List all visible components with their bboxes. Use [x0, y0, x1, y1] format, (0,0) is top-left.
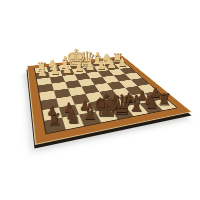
product-photo-stage: ♜♞♝♛♚♝♞♜♟♟♟♟♟♟♟♟♟♟♟♟♟♟♟♟♜♞♝♛♚♝♞♜	[0, 0, 200, 200]
piece-white-pawn-d2[interactable]: ♟	[84, 62, 97, 73]
piece-white-pawn-g2[interactable]: ♟	[49, 66, 62, 77]
piece-white-pawn-f2[interactable]: ♟	[61, 65, 74, 76]
piece-brown-knight-g8[interactable]: ♞	[61, 107, 84, 126]
piece-brown-rook-h8[interactable]: ♜	[45, 112, 65, 129]
piece-white-pawn-h2[interactable]: ♟	[36, 68, 49, 79]
piece-white-pawn-e2[interactable]: ♟	[73, 63, 86, 74]
